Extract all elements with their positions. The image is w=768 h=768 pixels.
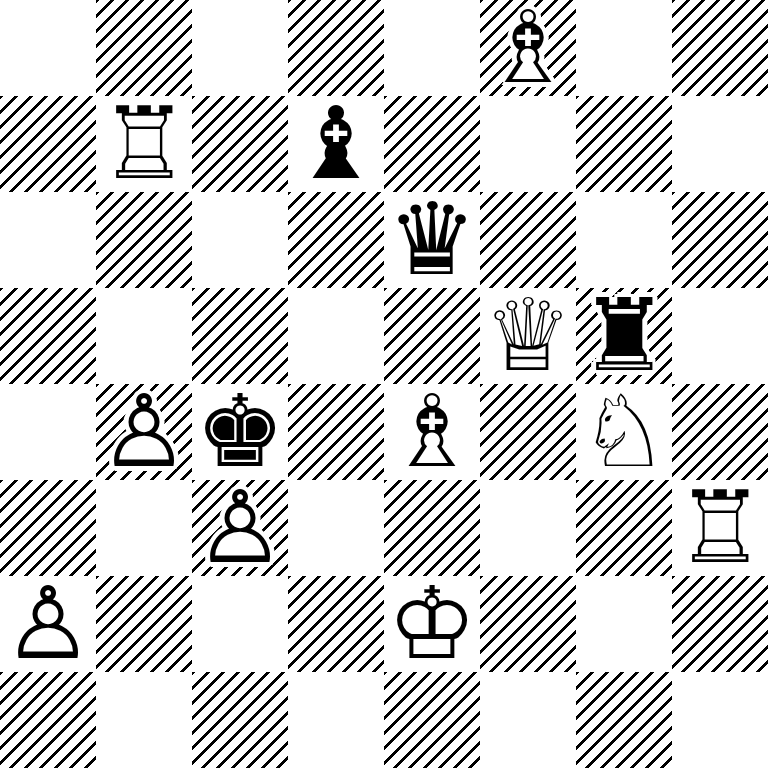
square-a2[interactable]: ♟♙ <box>0 576 96 672</box>
square-a8[interactable] <box>0 0 96 96</box>
square-d2[interactable] <box>288 576 384 672</box>
square-g8[interactable] <box>576 0 672 96</box>
square-c1[interactable] <box>192 672 288 768</box>
square-a6[interactable] <box>0 192 96 288</box>
piece-black-king-icon: ♚ <box>192 384 288 480</box>
square-h3[interactable]: ♜♖ <box>672 480 768 576</box>
square-b7[interactable]: ♜♖ <box>96 96 192 192</box>
square-h6[interactable] <box>672 192 768 288</box>
square-c2[interactable] <box>192 576 288 672</box>
square-f3[interactable] <box>480 480 576 576</box>
square-c7[interactable] <box>192 96 288 192</box>
piece-halo: ♛ <box>480 288 576 384</box>
square-g2[interactable] <box>576 576 672 672</box>
square-f2[interactable] <box>480 576 576 672</box>
square-f7[interactable] <box>480 96 576 192</box>
square-f1[interactable] <box>480 672 576 768</box>
piece-white-king-icon: ♔ <box>384 576 480 672</box>
piece-halo: ♝ <box>288 96 384 192</box>
piece-halo: ♟ <box>0 576 96 672</box>
square-e2[interactable]: ♚♔ <box>384 576 480 672</box>
piece-white-knight-icon: ♘ <box>576 384 672 480</box>
square-d3[interactable] <box>288 480 384 576</box>
piece-halo: ♝ <box>384 384 480 480</box>
piece-halo: ♚ <box>192 384 288 480</box>
square-g6[interactable] <box>576 192 672 288</box>
square-c6[interactable] <box>192 192 288 288</box>
square-g7[interactable] <box>576 96 672 192</box>
square-c5[interactable] <box>192 288 288 384</box>
piece-white-pawn-icon: ♙ <box>96 384 192 480</box>
square-h2[interactable] <box>672 576 768 672</box>
square-b6[interactable] <box>96 192 192 288</box>
piece-white-rook-icon: ♖ <box>96 96 192 192</box>
piece-white-pawn-icon: ♙ <box>0 576 96 672</box>
square-d7[interactable]: ♝♝ <box>288 96 384 192</box>
piece-halo: ♝ <box>480 0 576 96</box>
piece-black-queen-icon: ♛ <box>384 192 480 288</box>
piece-white-queen-icon: ♕ <box>480 288 576 384</box>
square-d1[interactable] <box>288 672 384 768</box>
square-f5[interactable]: ♛♕ <box>480 288 576 384</box>
square-c4[interactable]: ♚♚ <box>192 384 288 480</box>
piece-halo: ♛ <box>384 192 480 288</box>
square-e3[interactable] <box>384 480 480 576</box>
square-e7[interactable] <box>384 96 480 192</box>
square-a5[interactable] <box>0 288 96 384</box>
square-b3[interactable] <box>96 480 192 576</box>
piece-halo: ♟ <box>96 384 192 480</box>
piece-black-rook-icon: ♜ <box>576 288 672 384</box>
square-b2[interactable] <box>96 576 192 672</box>
square-e6[interactable]: ♛♛ <box>384 192 480 288</box>
square-a1[interactable] <box>0 672 96 768</box>
piece-halo: ♜ <box>672 480 768 576</box>
square-d4[interactable] <box>288 384 384 480</box>
square-f4[interactable] <box>480 384 576 480</box>
square-g1[interactable] <box>576 672 672 768</box>
piece-halo: ♜ <box>576 288 672 384</box>
square-h4[interactable] <box>672 384 768 480</box>
square-b4[interactable]: ♟♙ <box>96 384 192 480</box>
square-e5[interactable] <box>384 288 480 384</box>
piece-black-bishop-icon: ♝ <box>288 96 384 192</box>
square-f6[interactable] <box>480 192 576 288</box>
square-b8[interactable] <box>96 0 192 96</box>
piece-halo: ♚ <box>384 576 480 672</box>
square-h5[interactable] <box>672 288 768 384</box>
piece-white-bishop-icon: ♗ <box>384 384 480 480</box>
square-h1[interactable] <box>672 672 768 768</box>
square-h8[interactable] <box>672 0 768 96</box>
square-d6[interactable] <box>288 192 384 288</box>
piece-halo: ♟ <box>192 480 288 576</box>
square-a4[interactable] <box>0 384 96 480</box>
piece-white-bishop-icon: ♗ <box>480 0 576 96</box>
square-f8[interactable]: ♝♗ <box>480 0 576 96</box>
square-g4[interactable]: ♞♘ <box>576 384 672 480</box>
piece-halo: ♞ <box>576 384 672 480</box>
square-a3[interactable] <box>0 480 96 576</box>
square-h7[interactable] <box>672 96 768 192</box>
square-c3[interactable]: ♟♙ <box>192 480 288 576</box>
square-c8[interactable] <box>192 0 288 96</box>
square-d5[interactable] <box>288 288 384 384</box>
piece-white-pawn-icon: ♙ <box>192 480 288 576</box>
square-e8[interactable] <box>384 0 480 96</box>
square-g3[interactable] <box>576 480 672 576</box>
square-g5[interactable]: ♜♜ <box>576 288 672 384</box>
square-a7[interactable] <box>0 96 96 192</box>
piece-halo: ♜ <box>96 96 192 192</box>
square-b1[interactable] <box>96 672 192 768</box>
square-d8[interactable] <box>288 0 384 96</box>
square-e4[interactable]: ♝♗ <box>384 384 480 480</box>
square-b5[interactable] <box>96 288 192 384</box>
square-e1[interactable] <box>384 672 480 768</box>
piece-white-rook-icon: ♖ <box>672 480 768 576</box>
chess-board: ♝♗♜♖♝♝♛♛♛♕♜♜♟♙♚♚♝♗♞♘♟♙♜♖♟♙♚♔ <box>0 0 768 768</box>
